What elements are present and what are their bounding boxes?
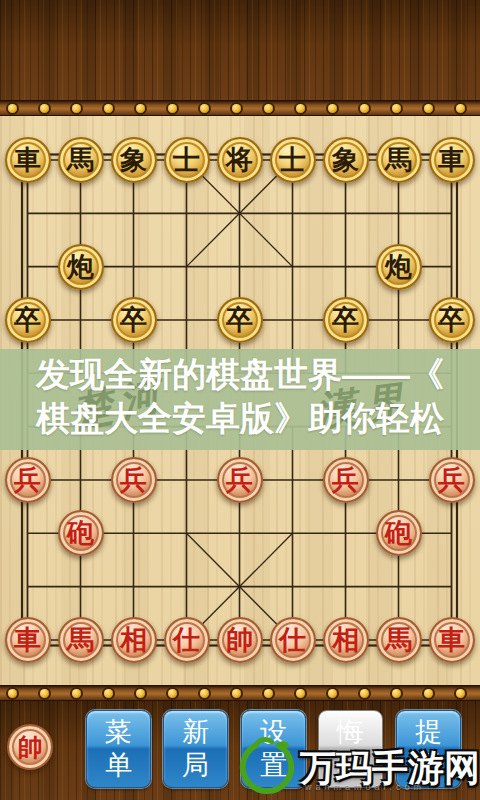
- rail-stud: [296, 689, 305, 698]
- rail-stud: [200, 689, 209, 698]
- piece-black-r4c9[interactable]: 卒: [429, 297, 475, 343]
- piece-red-r10c4[interactable]: 仕: [164, 617, 210, 663]
- rail-stud: [168, 689, 177, 698]
- piece-red-r7c1[interactable]: 兵: [5, 457, 51, 503]
- red-side-indicator-piece: 帥: [7, 724, 53, 770]
- menu-button[interactable]: 菜 单: [86, 710, 151, 788]
- piece-black-r1c9[interactable]: 車: [429, 137, 475, 183]
- piece-red-r10c9[interactable]: 車: [429, 617, 475, 663]
- piece-black-r1c4[interactable]: 士: [164, 137, 210, 183]
- rail-stud: [168, 104, 177, 113]
- menu-button-label: 单: [105, 749, 132, 782]
- piece-black-r1c5[interactable]: 将: [217, 137, 263, 183]
- piece-black-r1c3[interactable]: 象: [111, 137, 157, 183]
- piece-red-r10c5[interactable]: 帥: [217, 617, 263, 663]
- piece-black-r1c7[interactable]: 象: [323, 137, 369, 183]
- piece-red-r10c3[interactable]: 相: [111, 617, 157, 663]
- rail-stud: [136, 104, 145, 113]
- piece-red-r7c9[interactable]: 兵: [429, 457, 475, 503]
- rail-stud: [136, 689, 145, 698]
- rail-stud: [328, 104, 337, 113]
- top-wood-panel: [0, 0, 480, 101]
- piece-black-r3c2[interactable]: 炮: [58, 244, 104, 290]
- new-game-button-label: 局: [182, 749, 209, 782]
- rail-stud: [424, 689, 433, 698]
- piece-black-r4c3[interactable]: 卒: [111, 297, 157, 343]
- piece-black-r4c7[interactable]: 卒: [323, 297, 369, 343]
- rail-stud: [360, 104, 369, 113]
- rail-stud: [40, 104, 49, 113]
- menu-button-label: 菜: [105, 716, 132, 749]
- piece-red-r8c2[interactable]: 砲: [58, 510, 104, 556]
- rail-stud: [456, 689, 465, 698]
- rail-stud: [296, 104, 305, 113]
- new-game-button-label: 新: [182, 716, 209, 749]
- rail-stud: [200, 104, 209, 113]
- rail-stud: [264, 689, 273, 698]
- piece-black-r1c6[interactable]: 士: [270, 137, 316, 183]
- piece-red-r10c6[interactable]: 仕: [270, 617, 316, 663]
- rail-stud: [232, 104, 241, 113]
- piece-black-r1c8[interactable]: 馬: [376, 137, 422, 183]
- watermark-url: wanmamoai.com: [305, 782, 425, 792]
- rail-stud: [8, 689, 17, 698]
- rail-stud: [456, 104, 465, 113]
- watermark-logo-icon: [236, 735, 298, 797]
- piece-red-r8c8[interactable]: 砲: [376, 510, 422, 556]
- rail-stud: [392, 104, 401, 113]
- rail-stud: [104, 689, 113, 698]
- piece-red-r7c5[interactable]: 兵: [217, 457, 263, 503]
- piece-black-r3c8[interactable]: 炮: [376, 244, 422, 290]
- xiangqi-app-screen: 楚河 漢界 車馬象士将士象馬車炮炮卒卒卒卒卒兵兵兵兵兵砲砲車馬相仕帥仕相馬車 发…: [0, 0, 480, 800]
- rail-stud: [264, 104, 273, 113]
- piece-red-r10c8[interactable]: 馬: [376, 617, 422, 663]
- promo-line-1: 发现全新的棋盘世界——《: [0, 352, 480, 396]
- piece-black-r1c2[interactable]: 馬: [58, 137, 104, 183]
- rail-stud: [360, 689, 369, 698]
- promo-line-2: 棋盘大全安卓版》助你轻松: [0, 396, 480, 440]
- new-game-button[interactable]: 新 局: [163, 710, 228, 788]
- rail-stud: [232, 689, 241, 698]
- rail-stud: [40, 689, 49, 698]
- piece-red-r7c7[interactable]: 兵: [323, 457, 369, 503]
- piece-red-r10c1[interactable]: 車: [5, 617, 51, 663]
- piece-red-r10c2[interactable]: 馬: [58, 617, 104, 663]
- rail-stud: [424, 104, 433, 113]
- rail-stud: [104, 104, 113, 113]
- rail-stud: [392, 689, 401, 698]
- piece-black-r4c1[interactable]: 卒: [5, 297, 51, 343]
- piece-black-r4c5[interactable]: 卒: [217, 297, 263, 343]
- rail-stud: [72, 104, 81, 113]
- piece-black-r1c1[interactable]: 車: [5, 137, 51, 183]
- rail-stud: [72, 689, 81, 698]
- piece-red-r10c7[interactable]: 相: [323, 617, 369, 663]
- piece-red-r7c3[interactable]: 兵: [111, 457, 157, 503]
- rail-stud: [8, 104, 17, 113]
- rail-stud: [328, 689, 337, 698]
- promo-banner: 发现全新的棋盘世界——《 棋盘大全安卓版》助你轻松: [0, 352, 480, 440]
